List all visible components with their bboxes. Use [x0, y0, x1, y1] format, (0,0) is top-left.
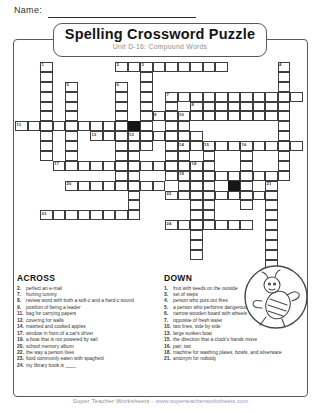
- grid-cell[interactable]: [115, 131, 128, 141]
- grid-cell[interactable]: [215, 220, 228, 230]
- grid-cell[interactable]: [203, 151, 216, 161]
- grid-cell[interactable]: [253, 102, 266, 112]
- grid-cell[interactable]: [40, 111, 53, 121]
- empty-space: [65, 72, 78, 82]
- empty-space: [228, 240, 241, 250]
- empty-space: [128, 102, 141, 112]
- empty-space: [90, 151, 103, 161]
- grid-cell[interactable]: 10: [178, 111, 191, 121]
- empty-space: [28, 131, 41, 141]
- grid-cell[interactable]: [115, 210, 128, 220]
- empty-space: [253, 151, 266, 161]
- empty-space: [103, 250, 116, 260]
- grid-cell[interactable]: [228, 220, 241, 230]
- empty-space: [228, 200, 241, 210]
- empty-space: [153, 121, 166, 131]
- grid-cell[interactable]: [203, 181, 216, 191]
- empty-space: [153, 72, 166, 82]
- grid-cell[interactable]: [115, 171, 128, 181]
- grid-cell[interactable]: [278, 111, 291, 121]
- grid-cell[interactable]: [190, 230, 203, 240]
- clue-item: 24.my library book is ____: [17, 363, 163, 369]
- grid-cell[interactable]: [165, 62, 178, 72]
- empty-space: [65, 250, 78, 260]
- grid-cell[interactable]: 11: [15, 121, 28, 131]
- empty-space: [90, 82, 103, 92]
- grid-cell[interactable]: [78, 161, 91, 171]
- empty-space: [240, 121, 253, 131]
- empty-space: [53, 240, 66, 250]
- empty-space: [265, 161, 278, 171]
- grid-cell[interactable]: [215, 171, 228, 181]
- grid-cell[interactable]: [290, 92, 303, 102]
- empty-space: [140, 240, 153, 250]
- grid-cell[interactable]: [203, 102, 216, 112]
- grid-cell[interactable]: [190, 210, 203, 220]
- empty-space: [28, 82, 41, 92]
- grid-cell[interactable]: [215, 62, 228, 72]
- grid-cell[interactable]: [265, 191, 278, 201]
- empty-space: [140, 260, 153, 270]
- grid-cell[interactable]: [265, 92, 278, 102]
- empty-space: [28, 102, 41, 112]
- grid-cell[interactable]: [153, 131, 166, 141]
- grid-cell[interactable]: [65, 131, 78, 141]
- grid-cell[interactable]: [128, 181, 141, 191]
- grid-cell[interactable]: [40, 82, 53, 92]
- grid-cell[interactable]: [190, 92, 203, 102]
- empty-space: [290, 121, 303, 131]
- empty-space: [190, 72, 203, 82]
- clue-number-label: 20: [67, 181, 72, 186]
- empty-space: [153, 171, 166, 181]
- grid-cell[interactable]: [178, 161, 191, 171]
- grid-cell[interactable]: [103, 121, 116, 131]
- grid-cell[interactable]: [78, 121, 91, 131]
- empty-space: [228, 210, 241, 220]
- grid-cell[interactable]: [140, 131, 153, 141]
- grid-cell[interactable]: [65, 210, 78, 220]
- grid-cell[interactable]: [178, 191, 191, 201]
- grid-cell[interactable]: [190, 240, 203, 250]
- grid-cell[interactable]: [153, 181, 166, 191]
- grid-cell[interactable]: [165, 131, 178, 141]
- grid-cell[interactable]: [90, 121, 103, 131]
- grid-cell[interactable]: [103, 161, 116, 171]
- grid-cell[interactable]: [90, 161, 103, 171]
- empty-space: [78, 102, 91, 112]
- empty-space: [140, 250, 153, 260]
- grid-cell[interactable]: [278, 82, 291, 92]
- empty-space: [53, 62, 66, 72]
- grid-cell[interactable]: [265, 240, 278, 250]
- grid-cell[interactable]: 7: [165, 92, 178, 102]
- grid-cell[interactable]: [65, 102, 78, 112]
- empty-space: [290, 230, 303, 240]
- grid-cell[interactable]: [178, 92, 191, 102]
- grid-cell[interactable]: [65, 151, 78, 161]
- grid-cell[interactable]: 21: [265, 181, 278, 191]
- grid-cell[interactable]: 5: [65, 82, 78, 92]
- grid-cell[interactable]: [78, 181, 91, 191]
- grid-cell[interactable]: [165, 121, 178, 131]
- empty-space: [65, 220, 78, 230]
- grid-cell[interactable]: 4: [278, 62, 291, 72]
- grid-cell[interactable]: 17: [53, 161, 66, 171]
- grid-cell[interactable]: [128, 210, 141, 220]
- empty-space: [290, 111, 303, 121]
- grid-cell[interactable]: [203, 92, 216, 102]
- grid-cell[interactable]: [140, 181, 153, 191]
- grid-cell[interactable]: [228, 191, 241, 201]
- grid-cell[interactable]: [265, 230, 278, 240]
- grid-cell[interactable]: [278, 72, 291, 82]
- empty-space: [165, 181, 178, 191]
- empty-space: [265, 62, 278, 72]
- empty-space: [28, 210, 41, 220]
- grid-cell[interactable]: [165, 111, 178, 121]
- empty-space: [78, 92, 91, 102]
- grid-cell[interactable]: [115, 102, 128, 112]
- grid-cell[interactable]: [65, 141, 78, 151]
- grid-cell[interactable]: [278, 151, 291, 161]
- empty-space: [28, 111, 41, 121]
- empty-space: [215, 260, 228, 270]
- grid-cell[interactable]: [290, 141, 303, 151]
- grid-cell[interactable]: [215, 141, 228, 151]
- grid-cell[interactable]: 20: [65, 181, 78, 191]
- clue-number-label: 17: [54, 161, 59, 166]
- grid-cell[interactable]: [53, 121, 66, 131]
- empty-space: [53, 220, 66, 230]
- grid-cell[interactable]: [203, 171, 216, 181]
- grid-cell[interactable]: 18: [190, 161, 203, 171]
- grid-cell[interactable]: [128, 171, 141, 181]
- grid-cell[interactable]: [253, 141, 266, 151]
- grid-cell[interactable]: [165, 151, 178, 161]
- empty-space: [115, 230, 128, 240]
- empty-space: [90, 191, 103, 201]
- grid-cell[interactable]: [240, 102, 253, 112]
- grid-cell[interactable]: [128, 191, 141, 201]
- grid-cell[interactable]: [203, 62, 216, 72]
- grid-cell[interactable]: [90, 181, 103, 191]
- grid-cell[interactable]: [190, 181, 203, 191]
- grid-cell[interactable]: [40, 151, 53, 161]
- grid-cell[interactable]: [278, 102, 291, 112]
- grid-cell[interactable]: 16: [240, 141, 253, 151]
- grid-cell[interactable]: [40, 131, 53, 141]
- grid-cell[interactable]: [265, 250, 278, 260]
- grid-cell[interactable]: [115, 161, 128, 171]
- grid-cell[interactable]: [153, 161, 166, 171]
- grid-cell[interactable]: [265, 220, 278, 230]
- grid-cell[interactable]: [253, 92, 266, 102]
- grid-cell[interactable]: [178, 121, 191, 131]
- grid-cell[interactable]: [265, 171, 278, 181]
- grid-cell[interactable]: [203, 200, 216, 210]
- empty-space: [140, 171, 153, 181]
- grid-cell[interactable]: [278, 171, 291, 181]
- grid-cell[interactable]: 8: [190, 102, 203, 112]
- grid-cell[interactable]: [178, 62, 191, 72]
- grid-cell[interactable]: [115, 92, 128, 102]
- grid-cell[interactable]: 23: [40, 210, 53, 220]
- grid-cell[interactable]: [240, 161, 253, 171]
- clue-number-label: 3: [142, 62, 144, 67]
- grid-cell[interactable]: [278, 121, 291, 131]
- grid-cell[interactable]: [253, 111, 266, 121]
- clue-number-label: 24: [167, 221, 172, 226]
- grid-cell[interactable]: [165, 102, 178, 112]
- grid-cell[interactable]: [165, 161, 178, 171]
- grid-cell[interactable]: 15: [203, 141, 216, 151]
- grid-cell[interactable]: [128, 151, 141, 161]
- grid-cell[interactable]: [178, 220, 191, 230]
- grid-cell[interactable]: [53, 210, 66, 220]
- empty-space: [215, 210, 228, 220]
- grid-cell[interactable]: [203, 191, 216, 201]
- grid-cell[interactable]: [140, 92, 153, 102]
- empty-space: [290, 220, 303, 230]
- empty-space: [40, 240, 53, 250]
- grid-cell[interactable]: [228, 171, 241, 181]
- empty-space: [140, 191, 153, 201]
- grid-cell[interactable]: [65, 111, 78, 121]
- empty-space: [28, 191, 41, 201]
- empty-space: [240, 250, 253, 260]
- grid-cell[interactable]: [103, 131, 116, 141]
- empty-space: [53, 82, 66, 92]
- grid-cell[interactable]: [278, 141, 291, 151]
- grid-cell[interactable]: [140, 72, 153, 82]
- empty-space: [53, 250, 66, 260]
- grid-cell[interactable]: [128, 161, 141, 171]
- empty-space: [103, 141, 116, 151]
- empty-space: [78, 250, 91, 260]
- grid-cell[interactable]: [65, 92, 78, 102]
- empty-space: [103, 82, 116, 92]
- empty-space: [28, 240, 41, 250]
- empty-space: [103, 111, 116, 121]
- empty-space: [78, 82, 91, 92]
- grid-cell[interactable]: [40, 121, 53, 131]
- grid-cell[interactable]: [178, 151, 191, 161]
- grid-cell[interactable]: [190, 171, 203, 181]
- empty-space: [53, 131, 66, 141]
- empty-space: [165, 240, 178, 250]
- grid-cell[interactable]: [240, 220, 253, 230]
- empty-space: [53, 260, 66, 270]
- grid-cell[interactable]: [128, 200, 141, 210]
- grid-cell[interactable]: [203, 210, 216, 220]
- empty-space: [128, 82, 141, 92]
- empty-space: [90, 230, 103, 240]
- grid-cell[interactable]: [190, 141, 203, 151]
- grid-cell[interactable]: [65, 121, 78, 131]
- empty-space: [15, 200, 28, 210]
- grid-cell[interactable]: [40, 72, 53, 82]
- grid-cell[interactable]: [153, 62, 166, 72]
- across-clues-section: ACROSS 2.perfect an e-mail7.hurting tumm…: [17, 273, 163, 369]
- empty-space: [128, 72, 141, 82]
- grid-cell[interactable]: [140, 82, 153, 92]
- empty-space: [165, 200, 178, 210]
- grid-cell[interactable]: [240, 151, 253, 161]
- empty-space: [115, 220, 128, 230]
- grid-cell[interactable]: [190, 250, 203, 260]
- grid-cell[interactable]: [265, 141, 278, 151]
- empty-space: [28, 62, 41, 72]
- empty-space: [28, 141, 41, 151]
- grid-cell[interactable]: [240, 181, 253, 191]
- grid-cell[interactable]: [253, 171, 266, 181]
- empty-space: [253, 210, 266, 220]
- grid-cell[interactable]: [78, 210, 91, 220]
- grid-cell[interactable]: [165, 141, 178, 151]
- grid-cell[interactable]: [265, 102, 278, 112]
- grid-cell[interactable]: [228, 111, 241, 121]
- page-title: Spelling Crossword Puzzle: [54, 26, 266, 42]
- empty-space: [115, 250, 128, 260]
- empty-space: [253, 230, 266, 240]
- grid-cell[interactable]: [115, 181, 128, 191]
- grid-cell[interactable]: [65, 161, 78, 171]
- empty-space: [178, 250, 191, 260]
- grid-cell[interactable]: 14: [178, 141, 191, 151]
- grid-cell[interactable]: [190, 62, 203, 72]
- empty-space: [28, 230, 41, 240]
- empty-space: [178, 230, 191, 240]
- empty-space: [128, 230, 141, 240]
- name-input[interactable]: [48, 16, 196, 18]
- grid-cell[interactable]: [228, 92, 241, 102]
- grid-cell[interactable]: 19: [178, 171, 191, 181]
- grid-cell[interactable]: [40, 102, 53, 112]
- footer-url[interactable]: www.superteacherworksheets.com: [156, 398, 249, 404]
- grid-cell[interactable]: [40, 141, 53, 151]
- grid-cell[interactable]: [190, 220, 203, 230]
- grid-cell[interactable]: [253, 191, 266, 201]
- empty-space: [215, 82, 228, 92]
- grid-cell[interactable]: [178, 131, 191, 141]
- empty-space: [153, 92, 166, 102]
- grid-cell[interactable]: [215, 111, 228, 121]
- grid-cell[interactable]: [215, 191, 228, 201]
- grid-cell[interactable]: [28, 121, 41, 131]
- empty-space: [165, 72, 178, 82]
- grid-cell[interactable]: [140, 102, 153, 112]
- grid-cell[interactable]: [90, 210, 103, 220]
- grid-cell[interactable]: 6: [115, 82, 128, 92]
- grid-cell[interactable]: [128, 141, 141, 151]
- empty-space: [15, 151, 28, 161]
- grid-cell[interactable]: [128, 62, 141, 72]
- empty-space: [228, 260, 241, 270]
- grid-cell[interactable]: [240, 191, 253, 201]
- grid-cell[interactable]: [115, 111, 128, 121]
- grid-cell[interactable]: [115, 141, 128, 151]
- grid-cell[interactable]: [140, 161, 153, 171]
- empty-space: [28, 260, 41, 270]
- grid-cell[interactable]: [140, 111, 153, 121]
- crossword-grid: 123456789101112131415161718192021222324: [15, 62, 305, 270]
- grid-cell[interactable]: [40, 92, 53, 102]
- grid-cell[interactable]: [228, 141, 241, 151]
- empty-space: [278, 181, 291, 191]
- empty-space: [103, 220, 116, 230]
- empty-space: [178, 240, 191, 250]
- grid-cell[interactable]: [228, 102, 241, 112]
- grid-cell[interactable]: 1: [40, 62, 53, 72]
- grid-cell[interactable]: [165, 171, 178, 181]
- grid-cell[interactable]: [115, 121, 128, 131]
- grid-cell[interactable]: [215, 92, 228, 102]
- grid-cell[interactable]: 22: [165, 191, 178, 201]
- grid-cell[interactable]: [190, 200, 203, 210]
- grid-cell[interactable]: 2: [115, 62, 128, 72]
- empty-space: [40, 161, 53, 171]
- empty-space: [215, 240, 228, 250]
- grid-cell[interactable]: 3: [140, 62, 153, 72]
- grid-cell[interactable]: [265, 200, 278, 210]
- empty-space: [203, 131, 216, 141]
- grid-cell[interactable]: 24: [165, 220, 178, 230]
- grid-cell[interactable]: [265, 111, 278, 121]
- empty-space: [15, 92, 28, 102]
- grid-cell[interactable]: [265, 210, 278, 220]
- grid-cell[interactable]: [203, 161, 216, 171]
- empty-space: [140, 151, 153, 161]
- grid-cell[interactable]: [240, 171, 253, 181]
- grid-cell[interactable]: [103, 210, 116, 220]
- grid-cell[interactable]: [140, 121, 153, 131]
- grid-cell[interactable]: [178, 181, 191, 191]
- empty-space: [165, 230, 178, 240]
- grid-cell[interactable]: [203, 220, 216, 230]
- empty-space: [53, 72, 66, 82]
- grid-cell[interactable]: [190, 131, 203, 141]
- empty-space: [28, 181, 41, 191]
- grid-cell[interactable]: [240, 200, 253, 210]
- grid-cell[interactable]: [215, 102, 228, 112]
- grid-cell[interactable]: [140, 141, 153, 151]
- empty-space: [103, 260, 116, 270]
- grid-cell[interactable]: 13: [128, 131, 141, 141]
- grid-cell[interactable]: [190, 111, 203, 121]
- empty-space: [253, 72, 266, 82]
- grid-cell[interactable]: [278, 161, 291, 171]
- empty-space: [40, 181, 53, 191]
- empty-space: [290, 181, 303, 191]
- grid-cell[interactable]: [278, 131, 291, 141]
- empty-space: [153, 250, 166, 260]
- clue-number-label: 2: [117, 62, 119, 67]
- grid-cell[interactable]: 9: [153, 111, 166, 121]
- grid-cell[interactable]: [278, 92, 291, 102]
- empty-space: [78, 191, 91, 201]
- clue-number-label: 12: [92, 132, 97, 137]
- grid-cell[interactable]: [103, 181, 116, 191]
- empty-space: [290, 131, 303, 141]
- grid-cell[interactable]: [115, 151, 128, 161]
- grid-cell[interactable]: [240, 92, 253, 102]
- empty-space: [65, 191, 78, 201]
- grid-cell[interactable]: [190, 191, 203, 201]
- grid-cell[interactable]: 12: [90, 131, 103, 141]
- grid-cell[interactable]: [240, 111, 253, 121]
- grid-cell[interactable]: [203, 111, 216, 121]
